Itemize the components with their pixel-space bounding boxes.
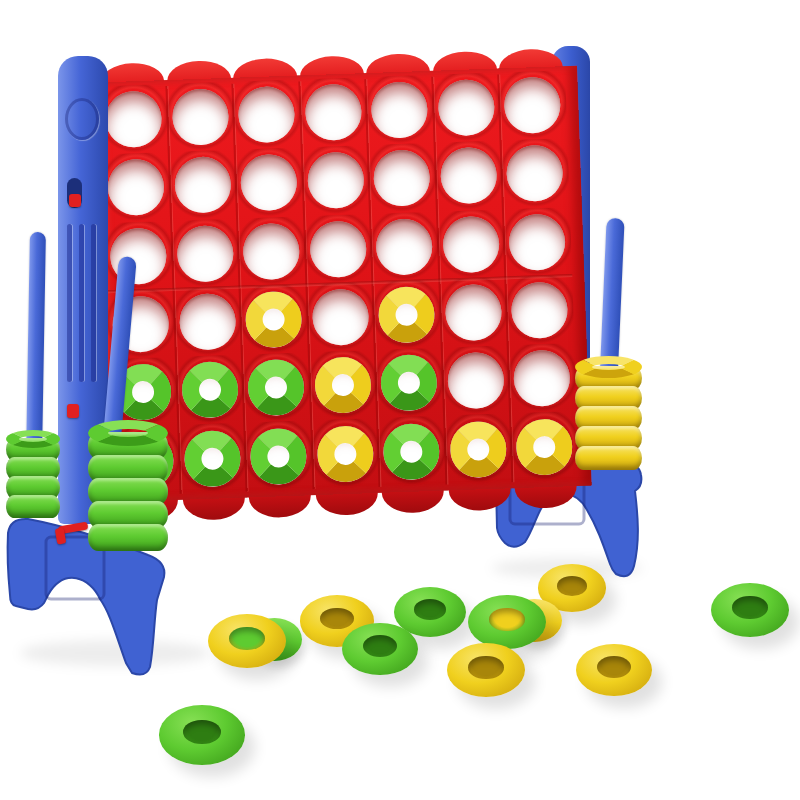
hole [178,293,236,351]
floor-ring-yellow-7[interactable] [447,643,525,697]
floor-ring-green-5[interactable] [468,595,546,649]
cell-c4r3[interactable] [304,214,373,285]
cell-c2r5[interactable] [175,355,244,426]
cell-c1r2[interactable] [102,152,171,223]
ring-stack-right[interactable] [575,366,642,470]
hole [437,79,495,137]
cell-c7r5[interactable] [508,343,577,414]
disc-yellow[interactable] [449,420,507,478]
board-scallop-top-row [95,46,577,63]
hole [371,81,429,139]
disc-green[interactable] [250,427,308,485]
floor-ring-hole [414,599,447,620]
hole [309,220,367,278]
floor-ring-hole [229,627,264,650]
disc-green[interactable] [383,422,441,480]
stack-top-ring-face [6,430,60,448]
cell-c3r5[interactable] [242,352,311,423]
cell-c4r5[interactable] [308,350,377,421]
hole [311,288,369,346]
cell-c4r6[interactable] [311,418,380,489]
cell-c5r3[interactable] [370,211,439,282]
cell-c6r2[interactable] [434,141,503,212]
hole [444,284,502,342]
floor-ring-hole [489,608,524,631]
hole [105,90,163,148]
hole [508,213,566,271]
cell-c2r4[interactable] [173,287,242,358]
cell-c5r5[interactable] [375,348,444,419]
cell-c7r6[interactable] [510,411,579,482]
disc-yellow[interactable] [314,356,372,414]
hole [307,152,365,210]
cell-c2r3[interactable] [171,218,240,289]
hole [442,215,500,273]
red-lock-knob-upper[interactable] [69,194,81,207]
hole [240,154,298,212]
floor-ring-green-6[interactable] [342,623,418,675]
cell-c5r1[interactable] [365,75,434,146]
cell-c1r1[interactable] [99,84,168,155]
cell-c6r6[interactable] [444,414,513,485]
hole [513,350,571,408]
cell-c5r2[interactable] [368,143,437,214]
floor-ring-hole [557,576,588,596]
cell-c1r3[interactable] [104,221,173,292]
hole [304,83,362,141]
cell-c6r5[interactable] [441,346,510,417]
hole [243,222,301,280]
cell-c4r4[interactable] [306,282,375,353]
cell-c2r1[interactable] [166,82,235,153]
cell-c7r1[interactable] [498,70,567,141]
floor-ring-yellow-4[interactable] [208,614,286,668]
cell-c7r3[interactable] [503,207,572,278]
hole [440,147,498,205]
disc-yellow[interactable] [245,291,303,349]
disc-yellow[interactable] [516,418,574,476]
hole [373,149,431,207]
cell-c7r2[interactable] [501,138,570,209]
hole [504,76,562,134]
cell-c3r6[interactable] [244,421,313,492]
hole [176,225,234,283]
board [95,46,594,563]
hole [506,145,564,203]
cell-c6r4[interactable] [439,277,508,348]
hole [174,156,232,214]
hole [375,218,433,276]
cell-c5r6[interactable] [377,416,446,487]
floor-ring-hole [732,596,767,619]
hole [511,281,569,339]
cell-c3r2[interactable] [235,148,304,219]
hole [107,159,165,217]
disc-yellow[interactable] [378,286,436,344]
disc-green[interactable] [181,361,239,419]
hole [447,352,505,410]
stack-ring-5 [88,524,168,551]
ring-post-far-left[interactable] [26,232,46,457]
disc-yellow[interactable] [316,425,374,483]
cell-c4r2[interactable] [301,145,370,216]
stack-top-ring-face [575,356,642,378]
upright-groove-3 [91,224,96,382]
floor-ring-green-9[interactable] [711,583,789,637]
cell-c3r1[interactable] [232,79,301,150]
stack-ring-4 [6,495,60,518]
cell-c2r6[interactable] [178,423,247,494]
cell-c6r1[interactable] [432,72,501,143]
floor-ring-hole [468,656,503,679]
cell-c6r3[interactable] [436,209,505,280]
stack-ring-5 [575,446,642,470]
upright-groove-1 [67,224,72,382]
hole [171,88,229,146]
disc-green[interactable] [183,429,241,487]
cell-c4r1[interactable] [299,77,368,148]
disc-green[interactable] [247,359,305,417]
ring-stack-front-left[interactable] [88,432,168,551]
disc-green[interactable] [380,354,438,412]
red-lock-knob-lower[interactable] [67,404,79,418]
cell-c7r4[interactable] [505,275,574,346]
cell-c3r4[interactable] [239,284,308,355]
cell-c3r3[interactable] [237,216,306,287]
hole [238,86,296,144]
product-photo-scene [0,0,800,800]
upright-groove-2 [79,224,84,382]
floor-ring-green-10[interactable] [159,705,245,764]
cell-c5r4[interactable] [372,280,441,351]
floor-ring-yellow-8[interactable] [576,644,652,697]
upright-emboss-circle [65,98,99,140]
ring-stack-far-left[interactable] [6,438,60,518]
cell-c2r2[interactable] [168,150,237,221]
board-grid [99,70,579,496]
